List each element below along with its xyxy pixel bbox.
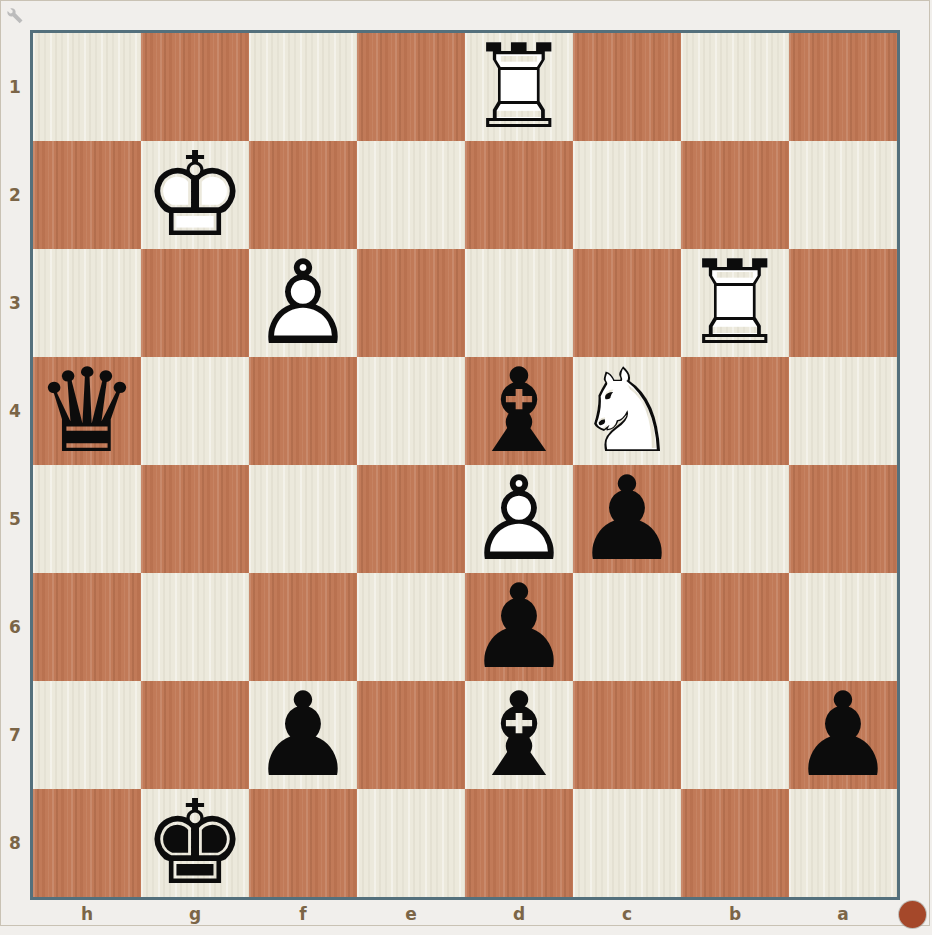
square-a8[interactable]	[789, 789, 897, 897]
file-label-a: a	[789, 900, 897, 928]
square-g8[interactable]: ♚	[141, 789, 249, 897]
black-bishop-fill-glyph: ♝	[465, 681, 573, 789]
square-b7[interactable]	[681, 681, 789, 789]
piece-white-pawn-d5[interactable]: ♟♙	[465, 465, 573, 573]
file-label-b: b	[681, 900, 789, 928]
piece-black-pawn-c5[interactable]: ♟	[573, 465, 681, 573]
piece-white-pawn-f3[interactable]: ♟♙	[249, 249, 357, 357]
square-c2[interactable]	[573, 141, 681, 249]
square-a3[interactable]	[789, 249, 897, 357]
square-d1[interactable]: ♜♖	[465, 33, 573, 141]
square-d2[interactable]	[465, 141, 573, 249]
piece-white-knight-c4[interactable]: ♞♘	[573, 357, 681, 465]
rank-label-8: 8	[0, 789, 30, 897]
rank-label-3: 3	[0, 249, 30, 357]
square-f7[interactable]: ♟	[249, 681, 357, 789]
square-b6[interactable]	[681, 573, 789, 681]
square-e8[interactable]	[357, 789, 465, 897]
file-label-c: c	[573, 900, 681, 928]
file-label-e: e	[357, 900, 465, 928]
rank-label-7: 7	[0, 681, 30, 789]
square-b3[interactable]: ♜♖	[681, 249, 789, 357]
square-e7[interactable]	[357, 681, 465, 789]
rank-label-2: 2	[0, 141, 30, 249]
square-c5[interactable]: ♟	[573, 465, 681, 573]
piece-black-bishop-d4[interactable]: ♝	[465, 357, 573, 465]
square-a1[interactable]	[789, 33, 897, 141]
square-h8[interactable]	[33, 789, 141, 897]
chess-board-frame: ♜♖♚♔♟♙♜♖♛♝♞♘♟♙♟♟♟♝♟♚	[30, 30, 900, 900]
square-c3[interactable]	[573, 249, 681, 357]
black-bishop-fill-glyph: ♝	[465, 357, 573, 465]
square-b8[interactable]	[681, 789, 789, 897]
square-e3[interactable]	[357, 249, 465, 357]
file-labels: hgfedcba	[33, 900, 897, 928]
square-g1[interactable]	[141, 33, 249, 141]
square-g6[interactable]	[141, 573, 249, 681]
square-b1[interactable]	[681, 33, 789, 141]
black-pawn-fill-glyph: ♟	[249, 681, 357, 789]
piece-white-king-g2[interactable]: ♚♔	[141, 141, 249, 249]
piece-white-rook-d1[interactable]: ♜♖	[465, 33, 573, 141]
square-f1[interactable]	[249, 33, 357, 141]
square-a7[interactable]: ♟	[789, 681, 897, 789]
square-g3[interactable]	[141, 249, 249, 357]
rank-label-6: 6	[0, 573, 30, 681]
square-h3[interactable]	[33, 249, 141, 357]
turn-indicator-dot	[899, 901, 926, 928]
white-knight-outline-glyph: ♘	[573, 357, 681, 465]
square-h4[interactable]: ♛	[33, 357, 141, 465]
square-g5[interactable]	[141, 465, 249, 573]
piece-black-pawn-a7[interactable]: ♟	[789, 681, 897, 789]
white-rook-outline-glyph: ♖	[681, 249, 789, 357]
piece-black-bishop-d7[interactable]: ♝	[465, 681, 573, 789]
wrench-icon[interactable]	[6, 6, 24, 24]
square-g4[interactable]	[141, 357, 249, 465]
square-a4[interactable]	[789, 357, 897, 465]
file-label-d: d	[465, 900, 573, 928]
white-pawn-outline-glyph: ♙	[465, 465, 573, 573]
black-queen-fill-glyph: ♛	[33, 357, 141, 465]
piece-black-queen-h4[interactable]: ♛	[33, 357, 141, 465]
square-e1[interactable]	[357, 33, 465, 141]
square-e2[interactable]	[357, 141, 465, 249]
square-c4[interactable]: ♞♘	[573, 357, 681, 465]
rank-label-5: 5	[0, 465, 30, 573]
rank-label-1: 1	[0, 33, 30, 141]
chess-board: ♜♖♚♔♟♙♜♖♛♝♞♘♟♙♟♟♟♝♟♚	[33, 33, 897, 897]
square-h7[interactable]	[33, 681, 141, 789]
square-d8[interactable]	[465, 789, 573, 897]
file-label-f: f	[249, 900, 357, 928]
black-king-fill-glyph: ♚	[141, 789, 249, 897]
piece-black-pawn-f7[interactable]: ♟	[249, 681, 357, 789]
square-h1[interactable]	[33, 33, 141, 141]
square-f3[interactable]: ♟♙	[249, 249, 357, 357]
square-c8[interactable]	[573, 789, 681, 897]
square-a6[interactable]	[789, 573, 897, 681]
piece-black-pawn-d6[interactable]: ♟	[465, 573, 573, 681]
square-g2[interactable]: ♚♔	[141, 141, 249, 249]
square-a5[interactable]	[789, 465, 897, 573]
white-pawn-outline-glyph: ♙	[249, 249, 357, 357]
square-d4[interactable]: ♝	[465, 357, 573, 465]
square-d6[interactable]: ♟	[465, 573, 573, 681]
black-pawn-fill-glyph: ♟	[789, 681, 897, 789]
square-e4[interactable]	[357, 357, 465, 465]
white-rook-outline-glyph: ♖	[465, 33, 573, 141]
square-f4[interactable]	[249, 357, 357, 465]
file-label-h: h	[33, 900, 141, 928]
rank-labels: 12345678	[0, 30, 30, 900]
square-f6[interactable]	[249, 573, 357, 681]
square-h6[interactable]	[33, 573, 141, 681]
square-h2[interactable]	[33, 141, 141, 249]
square-e6[interactable]	[357, 573, 465, 681]
square-c7[interactable]	[573, 681, 681, 789]
square-c6[interactable]	[573, 573, 681, 681]
square-b5[interactable]	[681, 465, 789, 573]
white-king-outline-glyph: ♔	[141, 141, 249, 249]
black-pawn-fill-glyph: ♟	[465, 573, 573, 681]
file-label-g: g	[141, 900, 249, 928]
square-d5[interactable]: ♟♙	[465, 465, 573, 573]
square-e5[interactable]	[357, 465, 465, 573]
black-pawn-fill-glyph: ♟	[573, 465, 681, 573]
square-c1[interactable]	[573, 33, 681, 141]
square-d7[interactable]: ♝	[465, 681, 573, 789]
rank-label-4: 4	[0, 357, 30, 465]
square-b2[interactable]	[681, 141, 789, 249]
square-g7[interactable]	[141, 681, 249, 789]
square-h5[interactable]	[33, 465, 141, 573]
square-f5[interactable]	[249, 465, 357, 573]
square-a2[interactable]	[789, 141, 897, 249]
square-f8[interactable]	[249, 789, 357, 897]
square-f2[interactable]	[249, 141, 357, 249]
piece-black-king-g8[interactable]: ♚	[141, 789, 249, 897]
square-d3[interactable]	[465, 249, 573, 357]
piece-white-rook-b3[interactable]: ♜♖	[681, 249, 789, 357]
square-b4[interactable]	[681, 357, 789, 465]
